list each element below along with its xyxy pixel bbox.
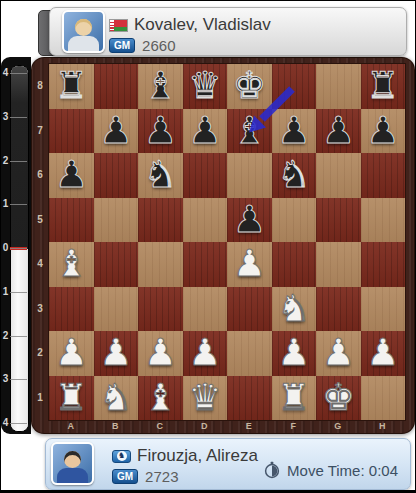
square-a4[interactable]: ♝ <box>49 242 94 287</box>
square-h1[interactable] <box>361 376 406 421</box>
rank-label-5: 5 <box>31 198 49 243</box>
black-bishop-c8[interactable]: ♝ <box>144 64 177 108</box>
eval-tick <box>10 379 27 380</box>
white-knight-b1[interactable]: ♞ <box>99 376 132 420</box>
square-f7[interactable]: ♟ <box>272 109 317 154</box>
square-h6[interactable] <box>361 153 406 198</box>
square-b7[interactable]: ♟ <box>94 109 139 154</box>
square-d5[interactable] <box>183 198 228 243</box>
file-labels: ABCDEFGH <box>49 420 405 433</box>
square-e4[interactable]: ♟ <box>227 242 272 287</box>
black-pawn-h7[interactable]: ♟ <box>366 109 399 153</box>
eval-tick <box>10 292 27 293</box>
square-c7[interactable]: ♟ <box>138 109 183 154</box>
square-f5[interactable] <box>272 198 317 243</box>
square-h7[interactable]: ♟ <box>361 109 406 154</box>
broadcast-board-widget: 432101234 87654321 ♜♝♛♚♜♟♟♟♝♟♟♟♟♞♞♟♝♟♞♟♟… <box>0 0 416 493</box>
avatar-body <box>68 36 99 53</box>
square-g6[interactable] <box>316 153 361 198</box>
avatar-head <box>75 19 92 36</box>
square-e5[interactable]: ♟ <box>227 198 272 243</box>
evaluation-bar: 432101234 <box>1 57 31 434</box>
square-f2[interactable]: ♟ <box>272 331 317 376</box>
eval-tick <box>10 336 27 337</box>
square-a1[interactable]: ♜ <box>49 376 94 421</box>
black-pawn-e5[interactable]: ♟ <box>233 198 266 242</box>
black-knight-f6[interactable]: ♞ <box>277 153 310 197</box>
square-b4[interactable] <box>94 242 139 287</box>
avatar-body <box>57 468 88 485</box>
file-label-b: B <box>94 420 139 433</box>
rank-label-3: 3 <box>31 287 49 332</box>
square-d1[interactable]: ♛ <box>183 376 228 421</box>
square-c4[interactable] <box>138 242 183 287</box>
square-b3[interactable] <box>94 287 139 332</box>
black-pawn-b7[interactable]: ♟ <box>99 109 132 153</box>
square-c8[interactable]: ♝ <box>138 64 183 109</box>
square-a8[interactable]: ♜ <box>49 64 94 109</box>
black-pawn-g7[interactable]: ♟ <box>322 109 355 153</box>
square-b2[interactable]: ♟ <box>94 331 139 376</box>
rank-label-7: 7 <box>31 109 49 154</box>
eval-scale-label: 2 <box>1 331 10 341</box>
top-player-bar: Kovalev, Vladislav GM 2660 <box>49 7 407 56</box>
bottom-player-title-badge: GM <box>112 469 138 484</box>
square-c2[interactable]: ♟ <box>138 331 183 376</box>
eval-scale-label: 3 <box>1 112 10 122</box>
white-pawn-e4[interactable]: ♟ <box>233 242 266 286</box>
file-label-f: F <box>272 420 317 433</box>
top-player-title-badge: GM <box>109 38 135 53</box>
square-a6[interactable]: ♟ <box>49 153 94 198</box>
square-e1[interactable] <box>227 376 272 421</box>
square-b6[interactable] <box>94 153 139 198</box>
square-c1[interactable]: ♝ <box>138 376 183 421</box>
square-f8[interactable] <box>272 64 317 109</box>
square-f1[interactable]: ♜ <box>272 376 317 421</box>
file-label-g: G <box>316 420 361 433</box>
white-knight-f3[interactable]: ♞ <box>277 287 310 331</box>
square-d8[interactable]: ♛ <box>183 64 228 109</box>
white-pawn-c2[interactable]: ♟ <box>144 331 177 375</box>
chess-board: ♜♝♛♚♜♟♟♟♝♟♟♟♟♞♞♟♝♟♞♟♟♟♟♟♟♟♜♞♝♛♜♚ <box>49 64 405 420</box>
white-pawn-b2[interactable]: ♟ <box>99 331 132 375</box>
square-g4[interactable] <box>316 242 361 287</box>
square-f6[interactable]: ♞ <box>272 153 317 198</box>
black-pawn-d7[interactable]: ♟ <box>188 109 221 153</box>
white-rook-f1[interactable]: ♜ <box>277 376 310 420</box>
file-label-c: C <box>138 420 183 433</box>
evaluation-black-half <box>11 66 28 249</box>
fide-knight-icon: ♞ <box>117 451 127 461</box>
bottom-player-rating: 2723 <box>145 468 178 485</box>
square-h3[interactable] <box>361 287 406 332</box>
file-label-e: E <box>227 420 272 433</box>
eval-scale-label: 4 <box>1 68 10 78</box>
square-b8[interactable] <box>94 64 139 109</box>
top-player-photo <box>62 10 105 53</box>
white-queen-d1[interactable]: ♛ <box>188 376 221 420</box>
white-king-g1[interactable]: ♚ <box>322 376 355 420</box>
square-f4[interactable] <box>272 242 317 287</box>
eval-tick <box>10 204 27 205</box>
avatar-head <box>64 451 81 468</box>
square-a5[interactable] <box>49 198 94 243</box>
eval-tick <box>10 248 27 249</box>
eval-tick <box>10 117 27 118</box>
white-pawn-f2[interactable]: ♟ <box>277 331 310 375</box>
square-h2[interactable]: ♟ <box>361 331 406 376</box>
black-rook-h8[interactable]: ♜ <box>366 64 399 108</box>
square-g2[interactable]: ♟ <box>316 331 361 376</box>
white-pawn-h2[interactable]: ♟ <box>366 331 399 375</box>
square-g8[interactable] <box>316 64 361 109</box>
square-a7[interactable] <box>49 109 94 154</box>
square-e2[interactable] <box>227 331 272 376</box>
fide-flag-icon: ♞ <box>112 450 131 463</box>
eval-tick <box>10 161 27 162</box>
black-rook-a8[interactable]: ♜ <box>55 64 88 108</box>
rank-label-8: 8 <box>31 64 49 109</box>
eval-scale-label: 2 <box>1 156 10 166</box>
square-g7[interactable]: ♟ <box>316 109 361 154</box>
file-label-d: D <box>183 420 228 433</box>
square-h5[interactable] <box>361 198 406 243</box>
eval-tick <box>10 423 27 424</box>
top-player-rating: 2660 <box>142 37 175 54</box>
square-d7[interactable]: ♟ <box>183 109 228 154</box>
rank-label-1: 1 <box>31 376 49 421</box>
move-timer-icon <box>263 461 281 479</box>
evaluation-white-half <box>11 249 28 431</box>
black-bishop-e7[interactable]: ♝ <box>233 109 266 153</box>
bottom-player-bar: ♞ Firouzja, Alireza GM 2723 Move Time: 0… <box>45 438 411 490</box>
move-time: Move Time: 0:04 <box>287 462 398 479</box>
bottom-player-name: Firouzja, Alireza <box>137 446 258 466</box>
white-pawn-g2[interactable]: ♟ <box>322 331 355 375</box>
rank-label-6: 6 <box>31 153 49 198</box>
square-d4[interactable] <box>183 242 228 287</box>
rank-label-2: 2 <box>31 331 49 376</box>
rank-label-4: 4 <box>31 242 49 287</box>
square-g1[interactable]: ♚ <box>316 376 361 421</box>
square-g5[interactable] <box>316 198 361 243</box>
file-label-h: H <box>361 420 406 433</box>
square-d6[interactable] <box>183 153 228 198</box>
white-rook-a1[interactable]: ♜ <box>55 376 88 420</box>
eval-scale-label: 0 <box>1 243 10 253</box>
rank-labels: 87654321 <box>31 64 49 420</box>
square-c6[interactable]: ♞ <box>138 153 183 198</box>
square-h8[interactable]: ♜ <box>361 64 406 109</box>
white-bishop-c1[interactable]: ♝ <box>144 376 177 420</box>
black-king-e8[interactable]: ♚ <box>233 64 266 108</box>
white-pawn-a2[interactable]: ♟ <box>55 331 88 375</box>
eval-scale-label: 1 <box>1 287 10 297</box>
square-a2[interactable]: ♟ <box>49 331 94 376</box>
bottom-player-photo <box>51 442 94 485</box>
black-queen-d8[interactable]: ♛ <box>188 64 221 108</box>
square-h4[interactable] <box>361 242 406 287</box>
eval-tick <box>10 73 27 74</box>
eval-scale-label: 1 <box>1 199 10 209</box>
black-knight-c6[interactable]: ♞ <box>144 153 177 197</box>
white-bishop-a4[interactable]: ♝ <box>55 242 88 286</box>
square-e8[interactable]: ♚ <box>227 64 272 109</box>
square-b1[interactable]: ♞ <box>94 376 139 421</box>
square-f3[interactable]: ♞ <box>272 287 317 332</box>
square-c3[interactable] <box>138 287 183 332</box>
black-pawn-c7[interactable]: ♟ <box>144 109 177 153</box>
square-d3[interactable] <box>183 287 228 332</box>
square-e6[interactable] <box>227 153 272 198</box>
belarus-flag-icon <box>109 19 128 32</box>
square-e3[interactable] <box>227 287 272 332</box>
eval-scale-label: 4 <box>1 418 10 428</box>
white-pawn-d2[interactable]: ♟ <box>188 331 221 375</box>
black-pawn-a6[interactable]: ♟ <box>55 153 88 197</box>
square-e7[interactable]: ♝ <box>227 109 272 154</box>
file-label-a: A <box>49 420 94 433</box>
square-d2[interactable]: ♟ <box>183 331 228 376</box>
black-pawn-f7[interactable]: ♟ <box>277 109 310 153</box>
top-player-name: Kovalev, Vladislav <box>134 15 271 35</box>
square-c5[interactable] <box>138 198 183 243</box>
eval-scale-label: 3 <box>1 374 10 384</box>
square-g3[interactable] <box>316 287 361 332</box>
square-a3[interactable] <box>49 287 94 332</box>
square-b5[interactable] <box>94 198 139 243</box>
